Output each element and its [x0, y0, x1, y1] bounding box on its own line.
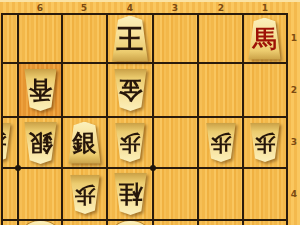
square-54[interactable]: 歩 [63, 169, 106, 219]
shogi-piece-knight[interactable]: 桂 [113, 173, 148, 215]
shogi-piece-silver[interactable]: 銀 [23, 122, 58, 164]
piece-glyph: 歩 [120, 132, 141, 153]
piece-tile[interactable]: 歩 [249, 123, 281, 162]
piece-glyph: 銀 [73, 131, 97, 155]
square-73[interactable]: 歩 [3, 118, 17, 167]
rank-label-2: 2 [288, 85, 300, 95]
shogi-piece-unknown-partial[interactable]: 歩 [3, 123, 12, 162]
square-11[interactable]: 馬 [244, 15, 285, 62]
file-label-5: 5 [76, 3, 92, 13]
piece-glyph: 香 [28, 78, 52, 102]
shogi-piece-pawn[interactable]: 歩 [249, 123, 281, 162]
file-label-3: 3 [167, 3, 183, 13]
piece-tile[interactable]: 馬 [247, 18, 282, 60]
piece-tile[interactable]: 香 [23, 69, 58, 111]
rank-coordinate-strip: 1234 [288, 13, 300, 225]
piece-glyph: 馬 [253, 27, 277, 51]
piece-glyph: 金 [118, 78, 142, 102]
piece-tile[interactable]: 歩 [3, 123, 12, 162]
shogi-piece-king[interactable]: 王 [111, 16, 150, 62]
square-23[interactable]: 歩 [199, 118, 242, 167]
square-41[interactable]: 王 [108, 15, 152, 62]
grid-vline [152, 13, 154, 225]
piece-glyph: 銀 [28, 131, 52, 155]
shogi-piece-pawn[interactable]: 歩 [205, 123, 237, 162]
piece-tile[interactable]: 桂 [113, 173, 148, 215]
piece-tile[interactable]: 王 [111, 16, 150, 62]
piece-glyph: 桂 [118, 182, 142, 206]
piece-glyph: 王 [117, 25, 144, 52]
shogi-piece-lance[interactable]: 香 [23, 69, 58, 111]
rank-label-1: 1 [288, 33, 300, 43]
square-13[interactable]: 歩 [244, 118, 285, 167]
piece-glyph: 歩 [254, 132, 275, 153]
piece-tile[interactable]: 金 [113, 69, 148, 111]
piece-tile[interactable]: 歩 [69, 175, 101, 214]
piece-tile[interactable]: 銀 [67, 122, 102, 164]
file-label-2: 2 [213, 3, 229, 13]
file-label-4: 4 [122, 3, 138, 13]
shogi-piece-promoted-bishop[interactable]: 馬 [247, 18, 282, 60]
file-label-1: 1 [257, 3, 273, 13]
file-coordinate-strip: 654321 [0, 0, 300, 13]
rank-label-3: 3 [288, 137, 300, 147]
piece-tile[interactable]: 歩 [205, 123, 237, 162]
file-label-6: 6 [32, 3, 48, 13]
partial-piece-top [24, 221, 57, 225]
piece-glyph: 歩 [74, 184, 95, 205]
shogi-piece-gold[interactable]: 金 [113, 69, 148, 111]
square-45-partial[interactable] [108, 221, 152, 225]
square-63[interactable]: 銀 [19, 118, 61, 167]
piece-glyph: 歩 [210, 132, 231, 153]
shogi-piece-silver[interactable]: 銀 [67, 122, 102, 164]
square-53[interactable]: 銀 [63, 118, 106, 167]
shogi-board-screen: 654321 1234 王馬香金歩銀銀歩歩歩歩桂 [0, 0, 300, 225]
square-62[interactable]: 香 [19, 64, 61, 116]
square-42[interactable]: 金 [108, 64, 152, 116]
grid-vline [286, 13, 288, 225]
piece-tile[interactable]: 銀 [23, 122, 58, 164]
partial-piece-top [114, 221, 147, 225]
piece-glyph: 歩 [3, 132, 7, 153]
square-65-partial[interactable] [19, 221, 61, 225]
square-44[interactable]: 桂 [108, 169, 152, 219]
shogi-piece-pawn[interactable]: 歩 [114, 123, 146, 162]
rank-label-4: 4 [288, 189, 300, 199]
square-43[interactable]: 歩 [108, 118, 152, 167]
piece-tile[interactable]: 歩 [114, 123, 146, 162]
shogi-piece-pawn[interactable]: 歩 [69, 175, 101, 214]
